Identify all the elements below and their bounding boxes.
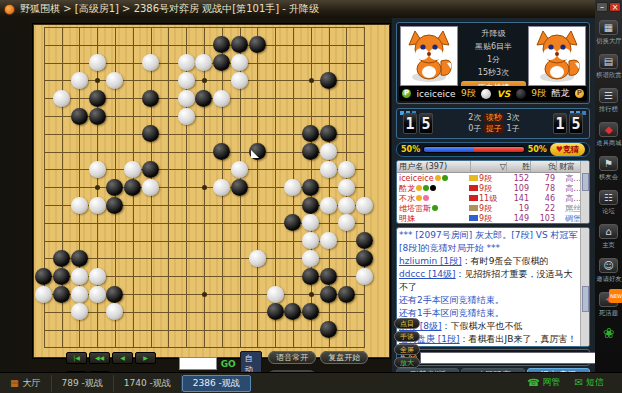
heart-icon: ♥ [556,145,563,154]
black-p-coin-icon: P [575,89,584,98]
white-stone [178,54,195,71]
chat-input-row: ❝ ☺ 发表 ↗ [396,349,590,366]
white-stone [142,179,159,196]
white-stone [302,214,319,231]
user-losses: 103 [529,214,555,223]
user-name[interactable]: iceiceice [399,174,434,183]
white-byoyomi-left: 2次 [468,113,481,122]
hoshi-point [95,185,100,190]
white-stone [338,214,355,231]
user-wealth: 碉堡 [555,213,583,224]
black-stone [338,286,355,303]
chat-message: 还有2手本区间竞猜结束。 [399,294,579,307]
bottom-tab-bar: ▦大厅789 -观战1740 -观战2386 -观战 ☎网管✉短信 [0,372,622,393]
board-zone: |◀◀◀◀▶▶▶▶| GO 自动 语音常开复盘开始对局申请 [28,18,392,372]
home-icon: ⌂ [599,224,618,239]
user-list-row[interactable]: 维塔雷斯9段1922屌丝 [397,203,589,213]
user-list-header[interactable]: 用户名 (397) ▽ 胜 负 财富 [397,161,589,173]
lobby-grid-icon: ▦ [10,378,19,388]
white-stone [284,179,301,196]
chat-message: ddccc [14级]：见招拆招才重要，没适马大不了 [399,268,579,294]
white-stone [356,268,373,285]
black-stone [124,179,141,196]
black-stone [142,125,159,142]
black-stone [267,303,284,320]
white-stone [320,143,337,160]
white-p-coin-icon: P [402,89,411,98]
tsumego-icon: ✦NEW [599,292,618,307]
sidebar-item-label: 道具商城 [596,139,620,148]
user-list-scrollbar[interactable] [580,161,589,223]
black-byoyomi-left: 3次 [507,113,520,122]
white-stone [71,268,88,285]
black-stone-icon [430,185,436,191]
bottom-tab-2386 -观战[interactable]: 2386 -观战 [182,375,251,392]
sidebar-item-label: 排行榜 [596,105,620,114]
hoshi-point [309,78,314,83]
col-username: 用户名 (397) [397,161,471,172]
side-pill-4[interactable]: 放大 [394,357,420,368]
hoshi-point [202,292,207,297]
user-list-body: iceiceice9段15279高...酷龙9段10978高...不水11级14… [397,173,589,223]
white-stone [213,179,230,196]
black-stone [53,268,70,285]
短信-icon: ✉ [575,377,583,388]
black-time-digit: 1 [553,113,567,134]
user-rank: 9段 [479,184,492,193]
col-sort: ▽ [471,162,507,171]
nav-button[interactable]: ◀ [112,352,133,364]
minimize-button[interactable]: – [596,2,608,12]
bet-track [423,146,525,153]
bottom-tab-1740 -观战[interactable]: 1740 -观战 [114,375,182,392]
main-time-label: 1分 [459,54,528,65]
black-stone [320,125,337,142]
chat-messages: *** [2097号房间] 灰太郎。[7段] VS 村冠军 [8段]的竞猜对局开… [399,229,579,347]
white-stone [142,54,159,71]
trophy-icon [435,175,441,181]
hoshi-point [202,185,207,190]
white-stone [71,303,88,320]
black-stone [302,179,319,196]
sidebar-item-道具商城[interactable]: ◆道具商城 [595,122,622,148]
white-stone [124,161,141,178]
chat-user-name[interactable]: hzliumin [1段] [399,256,462,266]
user-rank: 9段 [479,174,492,183]
sidebar-item-label: 论坛 [596,207,620,216]
black-stone [302,143,319,160]
user-rank: 9段 [479,204,492,213]
app-fox-icon [4,4,15,15]
white-stone [89,54,106,71]
black-stone [53,286,70,303]
ranking-icon: ☰ [599,88,618,103]
black-stone [89,108,106,125]
white-captures: 0子 [468,124,481,133]
grid-line [257,27,258,348]
bet-red-bar [474,147,524,152]
black-clock: 15 [553,113,583,134]
white-stone [106,72,123,89]
black-time-digit: 5 [569,113,583,134]
sidebar-item-label: 邀请好友 [596,275,620,284]
grid-line [364,27,365,348]
user-list-row[interactable]: 酷龙9段10978高... [397,183,589,193]
white-stone [320,161,337,178]
side-pill-3[interactable]: 全屏 [394,344,420,355]
white-stone [35,286,52,303]
clock-center-info: 2次 读秒 3次 0子 提子 1子 [439,112,549,134]
black-stone [213,143,230,160]
black-stone [71,108,88,125]
user-list-row[interactable]: 不水11级14146高... [397,193,589,203]
white-stone [338,197,355,214]
white-bet-percent: 50% [401,145,420,154]
user-name[interactable]: 明姝 [399,213,415,224]
flag-icon [469,185,478,191]
forum-icon: ☷ [599,190,618,205]
p-icon [432,205,438,211]
match-rules: 升降级 黑贴6目半 1分 15秒3次 历史战绩 [459,26,528,86]
white-time-digit: 5 [419,113,433,134]
black-stone [142,161,159,178]
white-stone [231,72,248,89]
white-stone [356,197,373,214]
nav-button[interactable]: |◀ [66,352,87,364]
nav-button[interactable]: ▶ [135,352,156,364]
chat-input[interactable] [420,352,599,364]
chat-panel: *** [2097号房间] 灰太郎。[7段] VS 村冠军 [8段]的竞猜对局开… [396,227,590,347]
hoshi-point [309,292,314,297]
sidebar-item-label: 切换大厅 [596,37,620,46]
right-sidebar: – × ▦切换大厅▤棋谱欣赏☰排行榜◆道具商城⚑棋友会☷论坛⌂主页☺邀请好友✦N… [595,0,622,393]
white-player-avatar[interactable] [400,26,458,86]
user-rank: 9段 [479,214,492,223]
black-stone [89,90,106,107]
flag-icon [469,215,478,221]
lobby-switch-icon: ▦ [599,20,618,35]
sidebar-item-邀请好友[interactable]: ☺邀请好友 [595,258,622,284]
sidebar-item-棋友会[interactable]: ⚑棋友会 [595,156,622,182]
komi-label: 黑贴6目半 [459,41,528,52]
captures-label: 提子 [484,124,504,133]
sidebar-item-论坛[interactable]: ☷论坛 [595,190,622,216]
white-stone [195,54,212,71]
fox-avatar-image [529,27,585,85]
black-stone [53,250,70,267]
col-wins: 胜 [507,161,531,172]
hoshi-point [202,78,207,83]
title-bar: 野狐围棋 > [高级房1] > 2386号对弈房 观战中[第101手] - 升降… [0,0,622,18]
bottom-tab-789 -观战[interactable]: 789 -观战 [52,375,114,392]
网管-icon: ☎ [527,377,539,388]
toolbar-button[interactable]: 复盘开始 [320,351,368,364]
right-panel: 升降级 黑贴6目半 1分 15秒3次 历史战绩 P iceiceice 9段 V… [392,18,595,372]
status-短信[interactable]: ✉短信 [575,376,604,389]
black-stone [195,90,212,107]
white-stone [338,161,355,178]
players-name-bar: P iceiceice 9段 VS 9段 酷龙 P [399,86,587,101]
black-stone-last-move [249,143,266,160]
user-losses: 46 [529,194,555,203]
white-stone-icon [481,89,491,99]
nav-button[interactable]: ◀◀ [89,352,110,364]
item-shop-icon: ◆ [599,122,618,137]
white-stone [53,90,70,107]
chat-message: [2区间]变为[3区间]，新的竞猜开始。 [399,346,579,347]
sidebar-item-死活题[interactable]: ✦NEW死活题 [595,292,622,318]
clock-panel: 15 2次 读秒 3次 0子 提子 1子 15 [396,108,590,139]
bet-blue-bar [424,147,474,152]
sidebar-item-切换大厅[interactable]: ▦切换大厅 [595,20,622,46]
white-stone [302,250,319,267]
black-player-avatar[interactable] [528,26,586,86]
go-club-icon: ⚑ [599,156,618,171]
white-stone [71,286,88,303]
invite-friends-icon: ☺ [599,258,618,273]
white-stone [71,197,88,214]
sidebar-item-主页[interactable]: ⌂主页 [595,224,622,250]
black-stone [142,90,159,107]
kifu-view-icon: ▤ [599,54,618,69]
new-badge: NEW [609,289,622,303]
chat-user-name[interactable]: ddccc [14级] [399,269,456,279]
black-stone [106,197,123,214]
black-stone [231,179,248,196]
white-stone [231,54,248,71]
match-info-panel: 升降级 黑贴6目半 1分 15秒3次 历史战绩 P iceiceice 9段 V… [396,22,590,104]
status-group: ☎网管✉短信 [527,376,604,389]
black-stone [320,286,337,303]
female-icon [423,195,429,201]
p-icon [442,175,448,181]
white-clock: 15 [403,113,433,134]
black-captures: 1子 [507,124,520,133]
chat-message: 还有1手本区间竞猜结束。 [399,307,579,320]
black-stone [320,321,337,338]
sidebar-item-label: 棋谱欣赏 [596,71,620,80]
black-stone [302,125,319,142]
user-rank: 11级 [479,194,497,203]
black-stone [356,250,373,267]
bet-button[interactable]: ♥竞猜 [550,143,585,156]
white-stone [178,108,195,125]
black-player-rank: 9段 [531,87,546,100]
white-stone [89,197,106,214]
black-stone [35,268,52,285]
black-stone [302,268,319,285]
flag-icon [469,195,478,201]
black-stone [249,36,266,53]
black-stone [356,232,373,249]
p-icon [423,185,429,191]
toolbar-button[interactable]: 语音常开 [268,351,316,364]
close-button[interactable]: × [609,2,621,12]
black-stone [320,268,337,285]
chat-message: *** [2097号房间] 灰太郎。[7段] VS 村冠军 [8段]的竞猜对局开… [399,229,579,255]
black-stone [106,179,123,196]
betting-bar: 50% 50% ♥竞猜 [396,142,590,157]
user-losses: 79 [529,174,555,183]
user-wins: 141 [505,194,529,203]
black-stone [106,286,123,303]
white-stone [249,250,266,267]
black-stone [213,36,230,53]
black-stone [213,54,230,71]
white-time-digit: 1 [403,113,417,134]
bottom-tab-大厅[interactable]: ▦大厅 [0,375,52,392]
white-stone [178,72,195,89]
white-stone [89,161,106,178]
white-stone [89,268,106,285]
user-list-panel: 用户名 (397) ▽ 胜 负 财富 iceiceice9段15279高...酷… [396,160,590,224]
flag-icon [469,205,478,211]
black-stone-icon [516,89,526,99]
chat-scrollbar[interactable] [580,228,589,346]
fox-avatar-image [401,27,457,85]
sidebar-item-排行榜[interactable]: ☰排行榜 [595,88,622,114]
chat-message: 景呀 [8级]：下假棋水平也不低 [399,320,579,333]
grid-line [44,330,365,331]
black-stone [320,72,337,89]
user-list-row[interactable]: iceiceice9段15279高... [397,173,589,183]
black-bet-percent: 50% [528,145,547,154]
status-网管[interactable]: ☎网管 [527,376,560,389]
fox-go-client-window: 野狐围棋 > [高级房1] > 2386号对弈房 观战中[第101手] - 升降… [0,0,622,393]
white-stone [320,197,337,214]
go-board[interactable] [33,24,390,358]
sidebar-item-棋谱欣赏[interactable]: ▤棋谱欣赏 [595,54,622,80]
black-stone [302,303,319,320]
white-stone [302,232,319,249]
white-stone [320,232,337,249]
white-stone [71,72,88,89]
trophy-icon [416,185,422,191]
byoyomi-label: 读秒 [484,113,504,122]
go-button[interactable]: GO [221,359,236,369]
white-player-rank: 9段 [461,87,476,100]
black-stone [231,36,248,53]
user-list-row[interactable]: 明姝9段149103碉堡 [397,213,589,223]
white-stone [267,286,284,303]
sidebar-item-label: 主页 [596,241,620,250]
chat-message: 老树盘庚 [1段]：看棋看出JB来了，真厉害！ [399,333,579,346]
flag-icon [469,175,478,181]
side-pill-1[interactable]: 点目 [394,318,420,329]
white-player-name[interactable]: iceiceice [417,89,456,99]
white-stone [89,286,106,303]
user-wins: 19 [505,204,529,213]
move-number-input[interactable] [179,357,217,370]
user-wins: 109 [505,184,529,193]
white-stone [213,90,230,107]
window-title: 野狐围棋 > [高级房1] > 2386号对弈房 观战中[第101手] - 升降… [20,2,319,16]
sidebar-item-plant[interactable]: ❀ [595,326,622,341]
black-stone [284,303,301,320]
black-player-name[interactable]: 酷龙 [551,87,569,100]
col-losses: 负 [531,161,557,172]
white-stone [106,303,123,320]
vs-label: VS [497,89,510,99]
sidebar-item-label: 死活题 [596,309,620,318]
chat-message: hzliumin [1段]：有时9蛋会下假棋的 [399,255,579,268]
user-losses: 22 [529,204,555,213]
byoyomi-label: 15秒3次 [459,67,528,78]
white-stone [231,161,248,178]
plant-icon: ❀ [599,326,618,341]
sidebar-item-label: 棋友会 [596,173,620,182]
side-pill-2[interactable]: 手谈 [394,331,420,342]
trophy-icon [416,195,422,201]
black-stone [284,214,301,231]
rule-label: 升降级 [459,28,528,39]
black-stone [71,250,88,267]
user-wins: 149 [505,214,529,223]
black-stone [302,197,319,214]
user-wins: 152 [505,174,529,183]
white-stone [178,90,195,107]
board-toolbar: |◀◀◀◀▶▶▶▶| GO 自动 语音常开复盘开始对局申请 [66,356,386,371]
hoshi-point [95,78,100,83]
user-losses: 78 [529,184,555,193]
white-stone [338,179,355,196]
last-move-marker [251,150,259,158]
